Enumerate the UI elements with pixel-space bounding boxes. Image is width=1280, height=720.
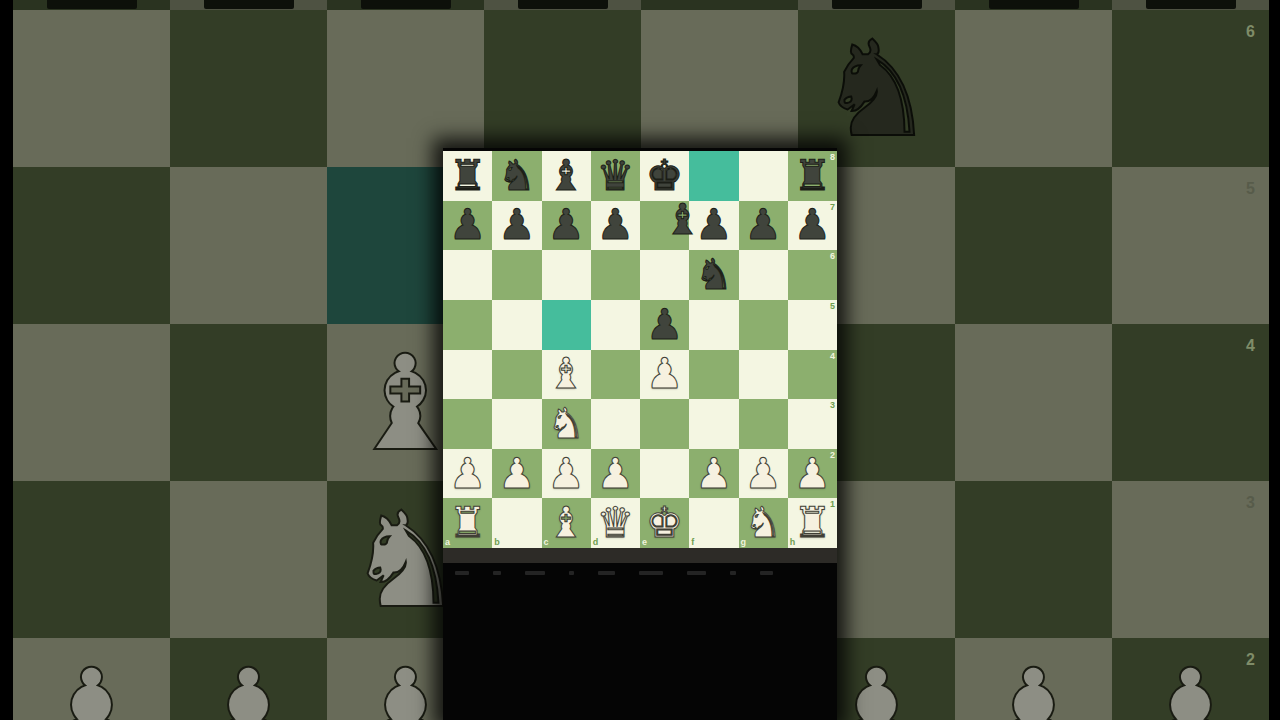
cropped-move-text: [443, 563, 837, 583]
square-b7[interactable]: ♟: [492, 201, 541, 251]
bg-square-e6: [641, 10, 798, 167]
square-f2[interactable]: ♟: [689, 449, 738, 499]
square-h4[interactable]: 4: [788, 350, 837, 400]
bg-piece-black-pawn-base-c7: [361, 0, 451, 9]
square-d5[interactable]: [591, 300, 640, 350]
square-a8[interactable]: ♜: [443, 151, 492, 201]
square-b1[interactable]: b: [492, 498, 541, 548]
bg-piece-black-pawn-base-f7: [832, 0, 922, 9]
bg-square-a2: [13, 638, 170, 720]
piece-white-pawn[interactable]: ♟: [646, 353, 684, 395]
piece-black-pawn[interactable]: ♟: [498, 204, 536, 246]
piece-black-pawn[interactable]: ♟: [794, 204, 832, 246]
foreground-board: ♝ ♜♞♝♛♚♜8♟♟♟♟♟♟♟7♞6♟5♝♟4♞3♟♟♟♟♟♟♟2♜ab♝c♛…: [443, 151, 837, 548]
square-f3[interactable]: [689, 399, 738, 449]
file-label-a: a: [445, 537, 450, 547]
square-b3[interactable]: [492, 399, 541, 449]
bg-square-b5: [170, 167, 327, 324]
bg-square-a3: [13, 481, 170, 638]
piece-black-bishop[interactable]: ♝: [547, 155, 585, 197]
square-e4[interactable]: ♟: [640, 350, 689, 400]
square-a1[interactable]: ♜a: [443, 498, 492, 548]
moving-piece-black-bishop[interactable]: ♝: [658, 195, 707, 244]
square-a6[interactable]: [443, 250, 492, 300]
square-c1[interactable]: ♝c: [542, 498, 591, 548]
piece-black-pawn[interactable]: ♟: [449, 204, 487, 246]
square-d2[interactable]: ♟: [591, 449, 640, 499]
square-c5[interactable]: [542, 300, 591, 350]
square-a5[interactable]: [443, 300, 492, 350]
file-label-g: g: [741, 537, 747, 547]
square-d6[interactable]: [591, 250, 640, 300]
piece-white-pawn[interactable]: ♟: [449, 453, 487, 495]
bg-square-b4: [170, 324, 327, 481]
piece-white-pawn[interactable]: ♟: [498, 453, 536, 495]
piece-white-knight[interactable]: ♞: [547, 403, 585, 445]
square-c7[interactable]: ♟: [542, 201, 591, 251]
square-b5[interactable]: [492, 300, 541, 350]
file-label-f: f: [691, 537, 694, 547]
square-g1[interactable]: ♞g: [739, 498, 788, 548]
square-d4[interactable]: [591, 350, 640, 400]
square-c3[interactable]: ♞: [542, 399, 591, 449]
bg-rank-label-6: 6: [1246, 23, 1255, 41]
rank-label-5: 5: [830, 301, 835, 311]
square-g2[interactable]: ♟: [739, 449, 788, 499]
square-f4[interactable]: [689, 350, 738, 400]
square-d8[interactable]: ♛: [591, 151, 640, 201]
bg-square-a5: [13, 167, 170, 324]
square-g4[interactable]: [739, 350, 788, 400]
bg-piece-black-pawn-base-a7: [47, 0, 137, 9]
bg-square-g2: [955, 638, 1112, 720]
piece-white-queen[interactable]: ♛: [597, 502, 635, 544]
rank-label-1: 1: [830, 499, 835, 509]
video-frame: ♞♝♞♟♟♟♟♟♟65432 ♝ ♜♞♝♛♚♜8♟♟♟♟♟♟♟7♞6♟5♝♟4♞…: [0, 0, 1280, 720]
bg-square-b2: [170, 638, 327, 720]
file-label-d: d: [593, 537, 599, 547]
piece-white-king[interactable]: ♚: [646, 502, 684, 544]
square-h8[interactable]: ♜8: [788, 151, 837, 201]
square-e3[interactable]: [640, 399, 689, 449]
square-f6[interactable]: ♞: [689, 250, 738, 300]
bg-square-g5: [955, 167, 1112, 324]
square-c2[interactable]: ♟: [542, 449, 591, 499]
bg-square-g6: [955, 10, 1112, 167]
square-e6[interactable]: [640, 250, 689, 300]
piece-white-pawn[interactable]: ♟: [695, 453, 733, 495]
square-c8[interactable]: ♝: [542, 151, 591, 201]
square-h2[interactable]: ♟2: [788, 449, 837, 499]
bg-square-a4: [13, 324, 170, 481]
piece-black-pawn[interactable]: ♟: [597, 204, 635, 246]
piece-black-pawn[interactable]: ♟: [744, 204, 782, 246]
piece-black-pawn[interactable]: ♟: [547, 204, 585, 246]
square-e1[interactable]: ♚e: [640, 498, 689, 548]
piece-black-queen[interactable]: ♛: [597, 155, 635, 197]
board-card: ♝ ♜♞♝♛♚♜8♟♟♟♟♟♟♟7♞6♟5♝♟4♞3♟♟♟♟♟♟♟2♜ab♝c♛…: [443, 148, 837, 720]
rank-label-7: 7: [830, 202, 835, 212]
bg-rank-label-3: 3: [1246, 494, 1255, 512]
bg-piece-black-pawn-base-b7: [204, 0, 294, 9]
square-g5[interactable]: [739, 300, 788, 350]
piece-white-pawn[interactable]: ♟: [744, 453, 782, 495]
file-label-h: h: [790, 537, 796, 547]
bg-square-a6: [13, 10, 170, 167]
rank-label-2: 2: [830, 450, 835, 460]
file-label-c: c: [544, 537, 549, 547]
piece-white-bishop[interactable]: ♝: [547, 353, 585, 395]
square-b6[interactable]: [492, 250, 541, 300]
square-d1[interactable]: ♛d: [591, 498, 640, 548]
square-b4[interactable]: [492, 350, 541, 400]
file-label-b: b: [494, 537, 500, 547]
board-bottom-bar: [443, 548, 837, 563]
square-f8[interactable]: [689, 151, 738, 201]
square-f1[interactable]: f: [689, 498, 738, 548]
square-d7[interactable]: ♟: [591, 201, 640, 251]
square-e2[interactable]: [640, 449, 689, 499]
bg-square-c6: [327, 10, 484, 167]
rank-label-3: 3: [830, 400, 835, 410]
piece-white-pawn[interactable]: ♟: [547, 453, 585, 495]
square-a7[interactable]: ♟: [443, 201, 492, 251]
bg-rank-label-5: 5: [1246, 180, 1255, 198]
square-e5[interactable]: ♟: [640, 300, 689, 350]
piece-white-bishop[interactable]: ♝: [547, 502, 585, 544]
square-a3[interactable]: [443, 399, 492, 449]
bg-square-d6: [484, 10, 641, 167]
rank-label-4: 4: [830, 351, 835, 361]
bg-square-g3: [955, 481, 1112, 638]
piece-white-pawn[interactable]: ♟: [794, 453, 832, 495]
rank-label-8: 8: [830, 152, 835, 162]
square-a2[interactable]: ♟: [443, 449, 492, 499]
square-h1[interactable]: ♜h1: [788, 498, 837, 548]
square-h6[interactable]: 6: [788, 250, 837, 300]
bg-piece-black-pawn-base-g7: [989, 0, 1079, 9]
square-g8[interactable]: [739, 151, 788, 201]
bg-square-f6: [798, 10, 955, 167]
piece-black-pawn[interactable]: ♟: [646, 304, 684, 346]
square-h3[interactable]: 3: [788, 399, 837, 449]
piece-black-king[interactable]: ♚: [646, 155, 684, 197]
rank-label-6: 6: [830, 251, 835, 261]
piece-black-rook[interactable]: ♜: [449, 155, 487, 197]
piece-black-knight[interactable]: ♞: [498, 155, 536, 197]
bg-piece-black-pawn-base-d7: [518, 0, 608, 9]
square-g6[interactable]: [739, 250, 788, 300]
square-c6[interactable]: [542, 250, 591, 300]
piece-black-rook[interactable]: ♜: [794, 155, 832, 197]
piece-white-pawn[interactable]: ♟: [597, 453, 635, 495]
square-h5[interactable]: 5: [788, 300, 837, 350]
square-f5[interactable]: [689, 300, 738, 350]
bg-square-e7: [641, 0, 798, 10]
bg-piece-black-pawn-base-h7: [1146, 0, 1236, 9]
bg-square-b3: [170, 481, 327, 638]
piece-white-rook[interactable]: ♜: [449, 502, 487, 544]
square-e8[interactable]: ♚: [640, 151, 689, 201]
file-label-e: e: [642, 537, 647, 547]
square-a4[interactable]: [443, 350, 492, 400]
square-c4[interactable]: ♝: [542, 350, 591, 400]
square-b2[interactable]: ♟: [492, 449, 541, 499]
square-h7[interactable]: ♟7: [788, 201, 837, 251]
piece-white-knight[interactable]: ♞: [744, 502, 782, 544]
bg-square-g4: [955, 324, 1112, 481]
bg-rank-label-2: 2: [1246, 651, 1255, 669]
piece-white-rook[interactable]: ♜: [794, 502, 832, 544]
bg-rank-label-4: 4: [1246, 337, 1255, 355]
bg-square-b6: [170, 10, 327, 167]
square-g3[interactable]: [739, 399, 788, 449]
square-g7[interactable]: ♟: [739, 201, 788, 251]
square-d3[interactable]: [591, 399, 640, 449]
square-b8[interactable]: ♞: [492, 151, 541, 201]
piece-black-knight[interactable]: ♞: [695, 254, 733, 296]
